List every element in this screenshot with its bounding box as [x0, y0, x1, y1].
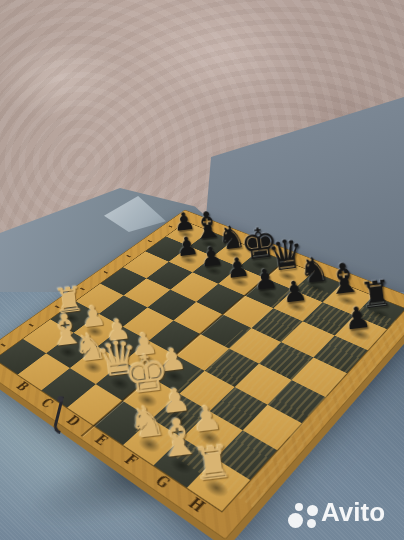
board-square: [67, 384, 123, 426]
board-square: [281, 321, 334, 357]
board-square: [123, 340, 176, 377]
piece-shadow: [106, 374, 133, 393]
board-square: [123, 418, 183, 465]
board-square: [215, 430, 277, 479]
file-label: F: [108, 444, 153, 478]
piece-shadow: [80, 358, 106, 376]
board-grid: [0, 221, 404, 512]
board-square: [291, 357, 347, 397]
board-square: [313, 335, 367, 373]
avito-circles-icon: [287, 498, 321, 532]
file-label: E: [79, 425, 122, 457]
watermark: Avito: [287, 496, 399, 536]
file-label: B: [3, 374, 41, 401]
board-square: [205, 348, 259, 386]
board-square: [96, 361, 150, 400]
file-labels: BCDEFGH: [0, 359, 221, 526]
board-square: [17, 353, 70, 390]
board-square: [210, 387, 268, 430]
piece-shadow: [134, 434, 164, 457]
piece-shadow: [134, 390, 162, 410]
board-square: [259, 342, 313, 380]
chess-board-scene: BCDEFGH ♟♝♞♚♛♞♝♜♟♟♟♟♟♟♜♟♟♟♟♝♞♛♚♟♟♞♝♜: [0, 140, 404, 525]
watermark-text: Avito: [321, 497, 385, 528]
board-square: [150, 355, 204, 394]
file-label: [0, 359, 17, 385]
photo-of-chess-set: BCDEFGH ♟♝♞♚♛♞♝♜♟♟♟♟♟♟♜♟♟♟♟♝♞♛♚♟♟♞♝♜ Avi…: [0, 0, 404, 540]
board-square: [183, 411, 243, 458]
board-square: [235, 364, 291, 405]
piece-shadow: [346, 326, 374, 343]
piece-shadow: [133, 352, 159, 370]
file-label: G: [139, 465, 186, 502]
board-square: [70, 347, 123, 384]
board-square: [94, 400, 152, 444]
piece-shadow: [163, 408, 192, 429]
board-square: [229, 328, 282, 364]
board-square: [123, 377, 179, 418]
board-square: [187, 458, 251, 511]
piece-shadow: [195, 426, 225, 448]
board-square: [152, 394, 210, 438]
piece-shadow: [166, 454, 197, 478]
board-square: [242, 404, 302, 450]
board-square: [154, 437, 216, 487]
board-square: [176, 334, 229, 370]
piece-shadow: [161, 367, 188, 386]
board-square: [334, 315, 387, 350]
board-square: [267, 380, 325, 423]
piece-shadow: [200, 475, 232, 501]
board-square: [179, 370, 235, 411]
board-square: [41, 368, 95, 408]
